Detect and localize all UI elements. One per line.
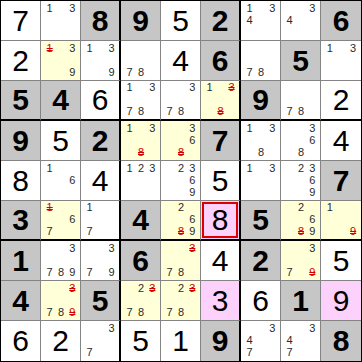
candidate-digit: 9 [307,186,318,198]
candidate-digit: 2 [175,202,186,214]
empty-candidate-slot [175,242,186,254]
candidate-digit: 7 [164,105,175,117]
cell-r6c7[interactable]: 5 [241,201,281,241]
cell-r1c4[interactable]: 9 [121,1,161,41]
cell-r7c1[interactable]: 1 [1,241,41,281]
cell-r4c7[interactable]: 138 [241,121,281,161]
cell-r5c3[interactable]: 4 [81,161,121,201]
empty-candidate-slot [55,202,66,214]
candidate-digit: 7 [44,225,55,237]
eliminated-candidate: 9 [67,306,78,318]
eliminated-candidate: 8 [135,146,146,158]
empty-candidate-slot [244,322,255,334]
empty-candidate-slot [67,225,78,237]
empty-candidate-slot [347,66,359,78]
cell-r3c4[interactable]: 1378 [121,81,161,121]
candidate-digit: 8 [175,266,186,278]
candidate-digit: 8 [135,66,146,78]
cell-r6c5[interactable]: 2689 [161,201,201,241]
empty-candidate-slot [307,14,318,26]
candidate-grid: 138 [201,81,239,119]
given-digit: 2 [212,6,229,36]
candidate-grid: 78 [241,41,280,80]
candidate-digit: 2 [135,282,146,294]
empty-candidate-slot [147,105,158,117]
given-digit: 7 [333,166,350,196]
empty-candidate-slot [255,2,266,14]
solved-digit: 9 [333,286,350,316]
candidate-digit: 8 [175,306,186,318]
cell-r1c5[interactable]: 5 [161,1,201,41]
empty-candidate-slot [164,282,175,294]
eliminated-candidate: 3 [147,282,158,294]
cell-r4c3[interactable]: 2 [81,121,121,161]
empty-candidate-slot [187,105,198,117]
empty-candidate-slot [164,242,175,254]
cell-r1c7[interactable]: 134 [241,1,281,41]
cell-r2c3[interactable]: 139 [81,41,121,81]
empty-candidate-slot [55,54,66,66]
empty-candidate-slot [244,186,255,198]
solved-digit: 4 [333,126,350,156]
empty-candidate-slot [295,26,306,38]
cell-r8c7[interactable]: 6 [241,281,281,321]
candidate-digit: 3 [267,162,278,174]
cell-r9c2[interactable]: 2 [41,321,81,361]
empty-candidate-slot [295,254,306,266]
cell-r8c4[interactable]: 2378 [121,281,161,321]
candidate-grid: 368 [281,121,320,160]
cell-r2c9[interactable]: 13 [321,41,361,81]
cell-r6c1[interactable]: 3 [1,201,41,241]
empty-candidate-slot [295,122,306,134]
empty-candidate-slot [336,42,348,54]
empty-candidate-slot [106,254,117,266]
candidate-grid: 78 [121,41,160,80]
empty-candidate-slot [267,26,278,38]
candidate-grid: 134 [241,1,280,40]
empty-candidate-slot [284,322,295,334]
candidate-digit: 1 [124,122,135,134]
sudoku-board: 7138952134346213913978467851354613783781… [0,0,362,362]
empty-candidate-slot [267,186,278,198]
cell-r1c1[interactable]: 7 [1,1,41,41]
empty-candidate-slot [255,134,266,146]
solved-digit: 3 [212,286,229,316]
empty-candidate-slot [347,214,359,226]
empty-candidate-slot [95,322,106,334]
empty-candidate-slot [67,54,78,66]
empty-candidate-slot [147,66,158,78]
cell-r7c5[interactable]: 378 [161,241,201,281]
cell-r3c8[interactable]: 78 [281,81,321,121]
empty-candidate-slot [284,202,295,214]
candidate-digit: 9 [106,66,117,78]
empty-candidate-slot [164,186,175,198]
empty-candidate-slot [295,242,306,254]
empty-candidate-slot [295,14,306,26]
solved-digit: 7 [12,6,29,36]
given-digit: 9 [132,6,149,36]
empty-candidate-slot [295,214,306,226]
candidate-grid: 78 [281,81,320,119]
cell-r6c9[interactable]: 19 [321,201,361,241]
empty-candidate-slot [55,294,66,306]
empty-candidate-slot [284,225,295,237]
cell-r9c8[interactable]: 347 [281,321,321,361]
empty-candidate-slot [106,347,117,359]
cell-r5c1[interactable]: 8 [1,161,41,201]
cell-r4c6[interactable]: 7 [201,121,241,161]
empty-candidate-slot [307,105,318,117]
empty-candidate-slot [55,162,66,174]
empty-candidate-slot [84,334,95,346]
solved-digit: 5 [172,6,189,36]
empty-candidate-slot [106,334,117,346]
candidate-digit: 6 [67,174,78,186]
candidate-digit: 3 [67,42,78,54]
empty-candidate-slot [106,214,117,226]
empty-candidate-slot [284,26,295,38]
empty-candidate-slot [124,294,135,306]
empty-candidate-slot [147,94,158,106]
cell-r5c9[interactable]: 7 [321,161,361,201]
candidate-digit: 3 [106,242,117,254]
empty-candidate-slot [44,26,55,38]
solved-digit: 8 [12,166,29,196]
cell-r9c3[interactable]: 37 [81,321,121,361]
candidate-grid: 13 [241,161,280,200]
empty-candidate-slot [244,26,255,38]
empty-candidate-slot [295,2,306,14]
empty-candidate-slot [255,174,266,186]
candidate-grid: 2369 [161,161,200,200]
candidate-grid: 167 [41,201,80,239]
cell-r3c9[interactable]: 2 [321,81,361,121]
solved-digit: 6 [12,326,29,356]
cell-r9c6[interactable]: 9 [201,321,241,361]
cell-r4c5[interactable]: 368 [161,121,201,161]
empty-candidate-slot [295,322,306,334]
eliminated-candidate: 3 [226,82,237,94]
cell-r8c6[interactable]: 3 [201,281,241,321]
empty-candidate-slot [147,306,158,318]
cell-r2c5[interactable]: 4 [161,41,201,81]
empty-candidate-slot [55,186,66,198]
cell-r4c1[interactable]: 9 [1,121,41,161]
empty-candidate-slot [255,14,266,26]
cell-r6c8[interactable]: 2689 [281,201,321,241]
cell-r8c3[interactable]: 5 [81,281,121,321]
candidate-grid: 139 [81,41,119,80]
empty-candidate-slot [147,186,158,198]
candidate-digit: 1 [44,162,55,174]
empty-candidate-slot [164,146,175,158]
eliminated-candidate: 1 [44,42,55,54]
cell-r1c6[interactable]: 2 [201,1,241,41]
cell-r5c5[interactable]: 2369 [161,161,201,201]
candidate-grid: 37 [81,321,119,361]
empty-candidate-slot [67,14,78,26]
candidate-digit: 3 [187,162,198,174]
candidate-grid: 123 [121,161,160,200]
cell-r5c4[interactable]: 123 [121,161,161,201]
empty-candidate-slot [124,146,135,158]
cell-r7c9[interactable]: 5 [321,241,361,281]
empty-candidate-slot [55,66,66,78]
empty-candidate-slot [164,174,175,186]
empty-candidate-slot [255,42,266,54]
empty-candidate-slot [284,162,295,174]
empty-candidate-slot [295,134,306,146]
empty-candidate-slot [187,202,198,214]
solved-digit: 8 [212,205,229,235]
empty-candidate-slot [164,225,175,237]
empty-candidate-slot [44,282,55,294]
empty-candidate-slot [244,42,255,54]
empty-candidate-slot [267,134,278,146]
empty-candidate-slot [84,322,95,334]
candidate-digit: 3 [187,82,198,94]
cell-r2c4[interactable]: 78 [121,41,161,81]
empty-candidate-slot [135,174,146,186]
cell-r6c4[interactable]: 4 [121,201,161,241]
cell-r7c3[interactable]: 379 [81,241,121,281]
given-digit: 5 [252,205,269,235]
empty-candidate-slot [307,347,318,359]
solved-digit: 6 [92,85,109,115]
eliminated-candidate: 1 [44,202,55,214]
candidate-digit: 3 [307,122,318,134]
candidate-digit: 3 [106,42,117,54]
empty-candidate-slot [255,334,266,346]
cell-r4c9[interactable]: 4 [321,121,361,161]
cell-r8c1[interactable]: 4 [1,281,41,321]
candidate-digit: 1 [44,2,55,14]
cell-r3c3[interactable]: 6 [81,81,121,121]
empty-candidate-slot [164,82,175,94]
cell-r8c5[interactable]: 2378 [161,281,201,321]
solved-digit: 4 [92,166,109,196]
candidate-digit: 8 [55,306,66,318]
candidate-digit: 8 [135,105,146,117]
empty-candidate-slot [324,225,336,237]
empty-candidate-slot [255,186,266,198]
given-digit: 9 [252,85,269,115]
empty-candidate-slot [267,42,278,54]
empty-candidate-slot [347,202,359,214]
candidate-digit: 8 [55,266,66,278]
given-digit: 9 [212,326,229,356]
empty-candidate-slot [55,42,66,54]
cell-r9c4[interactable]: 5 [121,321,161,361]
empty-candidate-slot [67,186,78,198]
empty-candidate-slot [175,294,186,306]
empty-candidate-slot [44,14,55,26]
empty-candidate-slot [175,82,186,94]
candidate-digit: 2 [135,162,146,174]
given-digit: 1 [12,246,29,276]
cell-r4c4[interactable]: 138 [121,121,161,161]
candidate-digit: 3 [307,2,318,14]
candidate-digit: 2 [295,162,306,174]
empty-candidate-slot [244,146,255,158]
cell-r5c2[interactable]: 16 [41,161,81,201]
empty-candidate-slot [255,26,266,38]
cell-r7c4[interactable]: 6 [121,241,161,281]
cell-r3c7[interactable]: 9 [241,81,281,121]
cell-r8c2[interactable]: 3789 [41,281,81,321]
cell-r2c7[interactable]: 78 [241,41,281,81]
cell-r9c9[interactable]: 8 [321,321,361,361]
candidate-grid: 3789 [41,241,80,280]
given-digit: 3 [12,205,29,235]
empty-candidate-slot [295,174,306,186]
candidate-digit: 8 [295,105,306,117]
empty-candidate-slot [135,186,146,198]
candidate-grid: 3789 [41,281,80,320]
empty-candidate-slot [147,134,158,146]
empty-candidate-slot [244,54,255,66]
empty-candidate-slot [95,202,106,214]
empty-candidate-slot [336,54,348,66]
cell-r1c8[interactable]: 34 [281,1,321,41]
empty-candidate-slot [106,225,117,237]
empty-candidate-slot [307,26,318,38]
candidate-digit: 1 [324,42,336,54]
cell-r5c8[interactable]: 2369 [281,161,321,201]
cell-r9c5[interactable]: 1 [161,321,201,361]
empty-candidate-slot [255,322,266,334]
empty-candidate-slot [255,54,266,66]
empty-candidate-slot [284,122,295,134]
candidate-digit: 3 [67,242,78,254]
given-digit: 7 [212,126,229,156]
empty-candidate-slot [124,186,135,198]
empty-candidate-slot [175,134,186,146]
empty-candidate-slot [95,347,106,359]
given-digit: 5 [92,286,109,316]
candidate-grid: 2369 [281,161,320,200]
cell-r7c2[interactable]: 3789 [41,241,81,281]
empty-candidate-slot [226,94,237,106]
cell-r3c6[interactable]: 138 [201,81,241,121]
candidate-digit: 1 [244,122,255,134]
solved-digit: 1 [172,326,189,356]
empty-candidate-slot [204,105,215,117]
cell-r6c3[interactable]: 17 [81,201,121,241]
empty-candidate-slot [135,294,146,306]
empty-candidate-slot [135,134,146,146]
empty-candidate-slot [135,54,146,66]
candidate-digit: 9 [187,186,198,198]
cell-r8c8[interactable]: 1 [281,281,321,321]
cell-r6c6[interactable]: 8 [201,201,241,241]
cell-r2c8[interactable]: 5 [281,41,321,81]
empty-candidate-slot [95,242,106,254]
empty-candidate-slot [284,94,295,106]
cell-r4c2[interactable]: 5 [41,121,81,161]
candidate-digit: 4 [284,334,295,346]
cell-r9c7[interactable]: 347 [241,321,281,361]
cell-r7c8[interactable]: 379 [281,241,321,281]
cell-r2c6[interactable]: 6 [201,41,241,81]
candidate-digit: 3 [147,162,158,174]
candidate-grid: 1378 [121,81,160,119]
candidate-digit: 9 [106,266,117,278]
cell-r1c2[interactable]: 13 [41,1,81,41]
empty-candidate-slot [55,225,66,237]
empty-candidate-slot [307,202,318,214]
empty-candidate-slot [44,174,55,186]
cell-r7c7[interactable]: 2 [241,241,281,281]
empty-candidate-slot [187,306,198,318]
cell-r5c6[interactable]: 5 [201,161,241,201]
empty-candidate-slot [106,202,117,214]
empty-candidate-slot [187,294,198,306]
cell-r9c1[interactable]: 6 [1,321,41,361]
candidate-digit: 8 [255,146,266,158]
empty-candidate-slot [164,94,175,106]
eliminated-candidate: 8 [295,225,306,237]
cell-r1c3[interactable]: 8 [81,1,121,41]
cell-r3c2[interactable]: 4 [41,81,81,121]
cell-r3c5[interactable]: 378 [161,81,201,121]
given-digit: 5 [12,85,29,115]
empty-candidate-slot [175,122,186,134]
empty-candidate-slot [175,174,186,186]
candidate-digit: 7 [44,266,55,278]
candidate-digit: 4 [244,334,255,346]
candidate-digit: 4 [244,14,255,26]
cell-r2c1[interactable]: 2 [1,41,41,81]
cell-r4c8[interactable]: 368 [281,121,321,161]
empty-candidate-slot [124,134,135,146]
cell-r1c9[interactable]: 6 [321,1,361,41]
empty-candidate-slot [187,266,198,278]
cell-r2c2[interactable]: 139 [41,41,81,81]
candidate-digit: 9 [187,225,198,237]
empty-candidate-slot [95,42,106,54]
candidate-digit: 3 [307,242,318,254]
cell-r8c9[interactable]: 9 [321,281,361,321]
empty-candidate-slot [295,186,306,198]
empty-candidate-slot [255,122,266,134]
candidate-digit: 8 [255,66,266,78]
eliminated-candidate: 9 [347,225,359,237]
candidate-digit: 7 [44,306,55,318]
cell-r5c7[interactable]: 13 [241,161,281,201]
empty-candidate-slot [307,82,318,94]
empty-candidate-slot [55,14,66,26]
candidate-digit: 1 [324,202,336,214]
solved-digit: 2 [52,326,69,356]
empty-candidate-slot [295,266,306,278]
empty-candidate-slot [44,254,55,266]
cell-r7c6[interactable]: 4 [201,241,241,281]
solved-digit: 4 [212,246,229,276]
candidate-digit: 7 [84,347,95,359]
given-digit: 8 [333,326,350,356]
cell-r3c1[interactable]: 5 [1,81,41,121]
empty-candidate-slot [55,242,66,254]
empty-candidate-slot [67,202,78,214]
cell-r6c2[interactable]: 167 [41,201,81,241]
empty-candidate-slot [95,266,106,278]
candidate-grid: 368 [161,121,200,160]
empty-candidate-slot [324,214,336,226]
empty-candidate-slot [95,254,106,266]
